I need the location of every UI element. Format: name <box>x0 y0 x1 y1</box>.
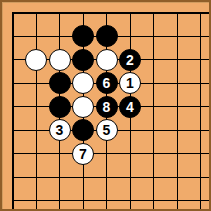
move-number: 4 <box>126 99 134 113</box>
stone-black <box>49 96 71 118</box>
stone-white-1: 1 <box>119 72 141 94</box>
go-board: 26184357 <box>0 0 211 211</box>
stone-black <box>72 119 94 141</box>
move-number: 8 <box>103 99 111 113</box>
move-number: 1 <box>126 76 134 90</box>
stone-white <box>25 49 47 71</box>
stone-black-4: 4 <box>119 96 141 118</box>
stone-white <box>72 72 94 94</box>
move-number: 3 <box>56 123 64 137</box>
stone-black <box>72 49 94 71</box>
stone-white <box>49 49 71 71</box>
stone-black-8: 8 <box>96 96 118 118</box>
stone-white <box>96 49 118 71</box>
board-stones: 26184357 <box>1 1 211 211</box>
move-number: 2 <box>126 52 134 66</box>
stone-white-5: 5 <box>96 119 118 141</box>
stone-black <box>96 25 118 47</box>
stone-white-7: 7 <box>72 143 94 165</box>
move-number: 7 <box>79 146 87 160</box>
stone-black-6: 6 <box>96 72 118 94</box>
stone-black-2: 2 <box>119 49 141 71</box>
move-number: 6 <box>103 76 111 90</box>
stone-black <box>49 72 71 94</box>
stone-white-3: 3 <box>49 119 71 141</box>
stone-black <box>72 25 94 47</box>
move-number: 5 <box>103 123 111 137</box>
stone-white <box>72 96 94 118</box>
